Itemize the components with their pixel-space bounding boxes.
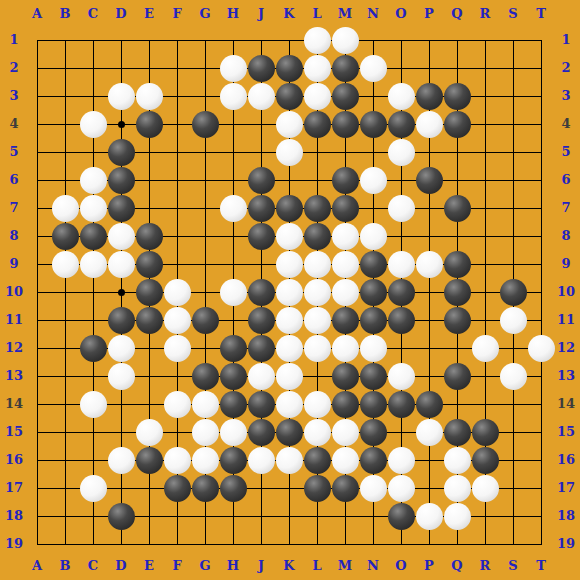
- black-stone: [248, 223, 275, 250]
- black-stone: [444, 111, 471, 138]
- row-label-right: 8: [554, 227, 578, 245]
- white-stone: [528, 335, 555, 362]
- black-stone: [444, 279, 471, 306]
- white-stone: [360, 167, 387, 194]
- black-stone: [304, 111, 331, 138]
- row-label-right: 17: [554, 479, 578, 497]
- white-stone: [332, 335, 359, 362]
- row-label-right: 15: [554, 423, 578, 441]
- col-label-bottom: L: [305, 557, 329, 575]
- white-stone: [136, 419, 163, 446]
- white-stone: [360, 475, 387, 502]
- white-stone: [80, 167, 107, 194]
- black-stone: [52, 223, 79, 250]
- row-label-left: 18: [2, 507, 26, 525]
- black-stone: [444, 195, 471, 222]
- black-stone: [360, 279, 387, 306]
- row-label-right: 11: [554, 311, 578, 329]
- black-stone: [304, 475, 331, 502]
- black-stone: [220, 335, 247, 362]
- col-label-bottom: F: [165, 557, 189, 575]
- row-label-left: 2: [2, 59, 26, 77]
- black-stone: [136, 279, 163, 306]
- black-stone: [220, 447, 247, 474]
- row-label-right: 7: [554, 199, 578, 217]
- black-stone: [108, 195, 135, 222]
- white-stone: [332, 27, 359, 54]
- black-stone: [360, 447, 387, 474]
- black-stone: [332, 195, 359, 222]
- black-stone: [360, 111, 387, 138]
- black-stone: [332, 111, 359, 138]
- col-label-top: G: [193, 5, 217, 23]
- black-stone: [136, 307, 163, 334]
- white-stone: [108, 251, 135, 278]
- white-stone: [416, 251, 443, 278]
- black-stone: [248, 335, 275, 362]
- black-stone: [248, 419, 275, 446]
- row-label-left: 1: [2, 31, 26, 49]
- col-label-bottom: C: [81, 557, 105, 575]
- col-label-top: L: [305, 5, 329, 23]
- col-label-top: S: [501, 5, 525, 23]
- black-stone: [108, 503, 135, 530]
- white-stone: [164, 335, 191, 362]
- row-label-left: 6: [2, 171, 26, 189]
- white-stone: [80, 251, 107, 278]
- col-label-bottom: J: [249, 557, 273, 575]
- row-label-left: 11: [2, 311, 26, 329]
- col-label-top: K: [277, 5, 301, 23]
- white-stone: [108, 83, 135, 110]
- col-label-bottom: M: [333, 557, 357, 575]
- white-stone: [360, 223, 387, 250]
- white-stone: [52, 251, 79, 278]
- hoshi-point: [118, 121, 125, 128]
- row-label-left: 16: [2, 451, 26, 469]
- col-label-top: H: [221, 5, 245, 23]
- col-label-top: C: [81, 5, 105, 23]
- white-stone: [332, 419, 359, 446]
- white-stone: [332, 223, 359, 250]
- black-stone: [388, 391, 415, 418]
- row-label-left: 12: [2, 339, 26, 357]
- col-label-top: Q: [445, 5, 469, 23]
- white-stone: [220, 419, 247, 446]
- black-stone: [136, 447, 163, 474]
- black-stone: [332, 475, 359, 502]
- black-stone: [164, 475, 191, 502]
- black-stone: [416, 391, 443, 418]
- row-label-right: 12: [554, 339, 578, 357]
- white-stone: [416, 111, 443, 138]
- white-stone: [276, 363, 303, 390]
- hoshi-point: [118, 289, 125, 296]
- white-stone: [304, 83, 331, 110]
- row-label-left: 15: [2, 423, 26, 441]
- black-stone: [444, 363, 471, 390]
- black-stone: [416, 167, 443, 194]
- row-label-left: 7: [2, 199, 26, 217]
- row-label-right: 19: [554, 535, 578, 553]
- black-stone: [416, 83, 443, 110]
- black-stone: [192, 111, 219, 138]
- black-stone: [192, 307, 219, 334]
- white-stone: [444, 475, 471, 502]
- black-stone: [248, 307, 275, 334]
- white-stone: [388, 83, 415, 110]
- black-stone: [444, 419, 471, 446]
- row-label-right: 16: [554, 451, 578, 469]
- black-stone: [136, 111, 163, 138]
- col-label-bottom: T: [529, 557, 553, 575]
- col-label-bottom: B: [53, 557, 77, 575]
- white-stone: [220, 55, 247, 82]
- white-stone: [416, 419, 443, 446]
- col-label-top: M: [333, 5, 357, 23]
- black-stone: [332, 391, 359, 418]
- black-stone: [304, 195, 331, 222]
- black-stone: [108, 307, 135, 334]
- col-label-bottom: E: [137, 557, 161, 575]
- row-label-right: 3: [554, 87, 578, 105]
- black-stone: [472, 419, 499, 446]
- black-stone: [332, 55, 359, 82]
- black-stone: [444, 251, 471, 278]
- black-stone: [248, 55, 275, 82]
- row-label-right: 9: [554, 255, 578, 273]
- row-label-left: 17: [2, 479, 26, 497]
- white-stone: [276, 335, 303, 362]
- white-stone: [304, 55, 331, 82]
- row-label-left: 4: [2, 115, 26, 133]
- col-label-top: R: [473, 5, 497, 23]
- go-board[interactable]: AABBCCDDEEFFGGHHJJKKLLMMNNOOPPQQRRSSTT11…: [0, 0, 580, 580]
- white-stone: [388, 475, 415, 502]
- white-stone: [220, 279, 247, 306]
- white-stone: [164, 391, 191, 418]
- white-stone: [108, 447, 135, 474]
- col-label-top: F: [165, 5, 189, 23]
- white-stone: [276, 447, 303, 474]
- white-stone: [444, 503, 471, 530]
- row-label-left: 14: [2, 395, 26, 413]
- row-label-left: 5: [2, 143, 26, 161]
- black-stone: [388, 111, 415, 138]
- col-label-top: B: [53, 5, 77, 23]
- white-stone: [500, 307, 527, 334]
- white-stone: [332, 279, 359, 306]
- white-stone: [276, 139, 303, 166]
- col-label-top: O: [389, 5, 413, 23]
- white-stone: [52, 195, 79, 222]
- black-stone: [276, 195, 303, 222]
- row-label-right: 1: [554, 31, 578, 49]
- black-stone: [108, 167, 135, 194]
- white-stone: [332, 447, 359, 474]
- white-stone: [472, 475, 499, 502]
- white-stone: [136, 83, 163, 110]
- white-stone: [248, 363, 275, 390]
- col-label-bottom: K: [277, 557, 301, 575]
- white-stone: [304, 307, 331, 334]
- white-stone: [220, 195, 247, 222]
- white-stone: [276, 111, 303, 138]
- white-stone: [276, 251, 303, 278]
- row-label-right: 6: [554, 171, 578, 189]
- row-label-right: 10: [554, 283, 578, 301]
- row-label-right: 14: [554, 395, 578, 413]
- white-stone: [80, 475, 107, 502]
- col-label-bottom: R: [473, 557, 497, 575]
- white-stone: [304, 251, 331, 278]
- black-stone: [388, 307, 415, 334]
- black-stone: [220, 391, 247, 418]
- white-stone: [192, 391, 219, 418]
- white-stone: [304, 335, 331, 362]
- black-stone: [332, 307, 359, 334]
- row-label-left: 10: [2, 283, 26, 301]
- row-label-right: 18: [554, 507, 578, 525]
- black-stone: [388, 503, 415, 530]
- white-stone: [304, 279, 331, 306]
- col-label-top: D: [109, 5, 133, 23]
- row-label-right: 13: [554, 367, 578, 385]
- white-stone: [388, 195, 415, 222]
- white-stone: [500, 363, 527, 390]
- white-stone: [164, 279, 191, 306]
- black-stone: [332, 363, 359, 390]
- black-stone: [248, 195, 275, 222]
- white-stone: [276, 279, 303, 306]
- black-stone: [360, 391, 387, 418]
- row-label-right: 5: [554, 143, 578, 161]
- white-stone: [304, 419, 331, 446]
- black-stone: [304, 447, 331, 474]
- white-stone: [360, 335, 387, 362]
- black-stone: [444, 83, 471, 110]
- white-stone: [108, 335, 135, 362]
- black-stone: [500, 279, 527, 306]
- black-stone: [192, 363, 219, 390]
- white-stone: [276, 223, 303, 250]
- black-stone: [192, 475, 219, 502]
- white-stone: [108, 223, 135, 250]
- white-stone: [332, 251, 359, 278]
- white-stone: [192, 447, 219, 474]
- white-stone: [416, 503, 443, 530]
- black-stone: [388, 279, 415, 306]
- col-label-bottom: G: [193, 557, 217, 575]
- col-label-bottom: O: [389, 557, 413, 575]
- white-stone: [444, 447, 471, 474]
- white-stone: [80, 111, 107, 138]
- col-label-top: T: [529, 5, 553, 23]
- col-label-top: P: [417, 5, 441, 23]
- white-stone: [220, 83, 247, 110]
- col-label-bottom: Q: [445, 557, 469, 575]
- row-label-left: 3: [2, 87, 26, 105]
- col-label-top: A: [25, 5, 49, 23]
- white-stone: [472, 335, 499, 362]
- black-stone: [248, 279, 275, 306]
- col-label-bottom: A: [25, 557, 49, 575]
- col-label-bottom: N: [361, 557, 385, 575]
- white-stone: [360, 55, 387, 82]
- col-label-top: J: [249, 5, 273, 23]
- black-stone: [360, 307, 387, 334]
- row-label-right: 4: [554, 115, 578, 133]
- white-stone: [164, 307, 191, 334]
- black-stone: [360, 419, 387, 446]
- black-stone: [136, 223, 163, 250]
- black-stone: [220, 475, 247, 502]
- black-stone: [332, 167, 359, 194]
- black-stone: [472, 447, 499, 474]
- black-stone: [220, 363, 247, 390]
- black-stone: [276, 55, 303, 82]
- white-stone: [248, 83, 275, 110]
- row-label-left: 19: [2, 535, 26, 553]
- black-stone: [276, 83, 303, 110]
- white-stone: [388, 447, 415, 474]
- white-stone: [304, 391, 331, 418]
- black-stone: [360, 363, 387, 390]
- white-stone: [164, 447, 191, 474]
- col-label-top: N: [361, 5, 385, 23]
- black-stone: [304, 223, 331, 250]
- row-label-left: 9: [2, 255, 26, 273]
- black-stone: [80, 335, 107, 362]
- col-label-bottom: S: [501, 557, 525, 575]
- col-label-bottom: H: [221, 557, 245, 575]
- black-stone: [444, 307, 471, 334]
- white-stone: [276, 391, 303, 418]
- white-stone: [388, 363, 415, 390]
- black-stone: [360, 251, 387, 278]
- black-stone: [248, 167, 275, 194]
- row-label-left: 13: [2, 367, 26, 385]
- black-stone: [276, 419, 303, 446]
- black-stone: [248, 391, 275, 418]
- white-stone: [192, 419, 219, 446]
- black-stone: [80, 223, 107, 250]
- row-label-right: 2: [554, 59, 578, 77]
- white-stone: [388, 251, 415, 278]
- white-stone: [80, 195, 107, 222]
- white-stone: [108, 363, 135, 390]
- white-stone: [248, 447, 275, 474]
- black-stone: [108, 139, 135, 166]
- row-label-left: 8: [2, 227, 26, 245]
- col-label-bottom: P: [417, 557, 441, 575]
- col-label-top: E: [137, 5, 161, 23]
- white-stone: [276, 307, 303, 334]
- black-stone: [332, 83, 359, 110]
- white-stone: [80, 391, 107, 418]
- black-stone: [136, 251, 163, 278]
- white-stone: [304, 27, 331, 54]
- col-label-bottom: D: [109, 557, 133, 575]
- white-stone: [388, 139, 415, 166]
